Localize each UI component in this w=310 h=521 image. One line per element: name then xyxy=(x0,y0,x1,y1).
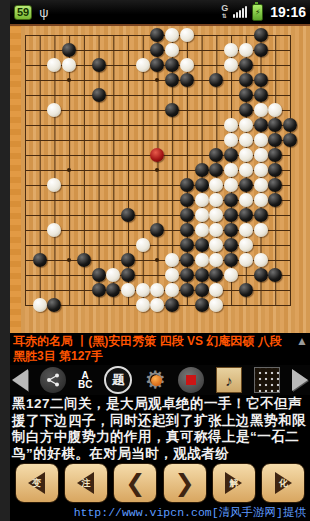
black-stone xyxy=(180,73,194,87)
game-title-bar: 耳赤的名局 丨(黑)安田秀策 四段 VS 幻庵因硕 八段 黑胜3目 第127手 … xyxy=(10,333,310,365)
black-stone xyxy=(121,268,135,282)
game-title-text: 耳赤的名局 丨(黑)安田秀策 四段 VS 幻庵因硕 八段 黑胜3目 第127手 xyxy=(13,334,282,363)
black-stone xyxy=(92,88,106,102)
black-stone xyxy=(180,208,194,222)
variation-prev-button[interactable]: 变 xyxy=(15,463,59,503)
black-stone xyxy=(195,238,209,252)
white-stone xyxy=(239,148,253,162)
text-size-button[interactable]: A BC xyxy=(78,371,92,389)
white-stone xyxy=(180,28,194,42)
black-stone xyxy=(239,178,253,192)
status-bar: 59 ψ G⇅ ⚡ 19:16 xyxy=(10,0,310,24)
black-stone xyxy=(92,283,106,297)
signal-bars-icon xyxy=(233,6,247,18)
kifu-note-button[interactable]: ♪ xyxy=(216,367,242,393)
battery-percent-badge: 59 xyxy=(14,5,32,20)
black-stone xyxy=(195,283,209,297)
black-stone xyxy=(254,118,268,132)
white-stone xyxy=(254,148,268,162)
black-stone xyxy=(180,178,194,192)
black-stone xyxy=(224,238,238,252)
black-stone xyxy=(224,193,238,207)
usb-icon: ψ xyxy=(39,5,48,20)
black-stone xyxy=(254,88,268,102)
white-stone xyxy=(239,193,253,207)
black-stone xyxy=(239,103,253,117)
stop-icon xyxy=(186,375,196,385)
black-stone xyxy=(47,298,61,312)
bottom-toolbar: 变 注 ❮ ❯ 解 化 xyxy=(10,460,310,506)
white-stone xyxy=(195,223,209,237)
black-stone xyxy=(239,88,253,102)
white-stone xyxy=(209,298,223,312)
source-url[interactable]: http://www.vipcn.com[清风手游网]提供 xyxy=(10,506,310,521)
white-stone xyxy=(33,298,47,312)
share-button[interactable] xyxy=(40,367,66,393)
black-stone xyxy=(239,208,253,222)
back-arrow-button[interactable] xyxy=(12,369,28,391)
white-stone xyxy=(239,238,253,252)
note-icon: ♪ xyxy=(225,372,233,389)
black-stone xyxy=(77,253,91,267)
black-stone xyxy=(180,268,194,282)
black-stone xyxy=(195,178,209,192)
black-stone xyxy=(195,298,209,312)
black-stone xyxy=(180,223,194,237)
black-stone xyxy=(254,208,268,222)
white-stone xyxy=(136,298,150,312)
black-stone xyxy=(283,118,297,132)
explain-next-button[interactable]: 解 xyxy=(212,463,256,503)
white-stone xyxy=(239,43,253,57)
black-stone xyxy=(180,253,194,267)
app-screen: 59 ψ G⇅ ⚡ 19:16 耳赤的名局 丨(黑)安田秀策 四段 VS 幻庵因… xyxy=(10,0,310,521)
black-stone xyxy=(195,268,209,282)
transform-next-button[interactable]: 化 xyxy=(261,463,305,503)
white-stone xyxy=(239,118,253,132)
next-move-button[interactable]: ❯ xyxy=(163,463,207,503)
black-stone xyxy=(165,298,179,312)
black-stone xyxy=(239,58,253,72)
white-stone xyxy=(224,43,238,57)
note-prev-button[interactable]: 注 xyxy=(64,463,108,503)
white-stone xyxy=(239,163,253,177)
black-stone xyxy=(121,253,135,267)
black-stone xyxy=(180,283,194,297)
black-stone xyxy=(92,268,106,282)
white-stone xyxy=(150,298,164,312)
black-stone xyxy=(121,208,135,222)
battery-icon: ⚡ xyxy=(252,4,263,21)
white-stone xyxy=(239,253,253,267)
black-stone xyxy=(254,43,268,57)
black-stone xyxy=(239,283,253,297)
white-stone xyxy=(180,58,194,72)
chevron-left-icon: ❮ xyxy=(125,471,145,495)
scroll-up-icon[interactable]: ▲ xyxy=(296,334,308,349)
white-stone xyxy=(136,283,150,297)
go-board[interactable] xyxy=(10,24,310,333)
problem-mode-button[interactable]: 题 xyxy=(104,366,132,394)
black-stone xyxy=(283,133,297,147)
white-stone xyxy=(254,223,268,237)
share-icon xyxy=(46,373,60,387)
icon-toolbar: A BC 题 ⚙ ♪ xyxy=(10,365,310,395)
commentary-text[interactable]: 黑127二间关，是大局观卓绝的一手！它不但声援了下边四子，同时还起到了扩张上边黑… xyxy=(10,395,310,460)
prev-move-button[interactable]: ❮ xyxy=(113,463,157,503)
white-stone xyxy=(239,223,253,237)
settings-gear-button[interactable]: ⚙ xyxy=(144,367,166,393)
black-stone xyxy=(224,208,238,222)
forward-arrow-button[interactable] xyxy=(292,369,308,391)
white-stone xyxy=(254,103,268,117)
black-stone xyxy=(92,58,106,72)
black-stone xyxy=(224,253,238,267)
white-stone xyxy=(195,193,209,207)
black-stone xyxy=(224,223,238,237)
black-stone xyxy=(254,28,268,42)
white-stone xyxy=(224,118,238,132)
white-stone xyxy=(239,133,253,147)
black-stone xyxy=(254,268,268,282)
black-stone xyxy=(224,148,238,162)
black-stone xyxy=(195,163,209,177)
board-grid-button[interactable] xyxy=(254,367,280,393)
network-type-icon: G⇅ xyxy=(221,4,228,20)
white-stone xyxy=(254,193,268,207)
status-time: 19:16 xyxy=(270,4,306,20)
gear-center-dot xyxy=(151,375,162,386)
white-stone xyxy=(195,208,209,222)
black-stone xyxy=(239,73,253,87)
black-stone xyxy=(254,73,268,87)
white-stone xyxy=(254,163,268,177)
white-stone xyxy=(224,133,238,147)
white-stone xyxy=(136,58,150,72)
white-stone xyxy=(136,238,150,252)
white-stone xyxy=(121,283,135,297)
white-stone xyxy=(195,253,209,267)
chevron-right-icon: ❯ xyxy=(175,471,195,495)
stop-record-button[interactable] xyxy=(178,367,204,393)
white-stone xyxy=(254,133,268,147)
black-stone xyxy=(180,238,194,252)
white-stone xyxy=(224,58,238,72)
white-stone xyxy=(224,178,238,192)
white-stone xyxy=(224,163,238,177)
white-stone xyxy=(254,253,268,267)
white-stone xyxy=(254,178,268,192)
white-stone xyxy=(224,268,238,282)
black-stone xyxy=(180,193,194,207)
black-stone xyxy=(33,253,47,267)
